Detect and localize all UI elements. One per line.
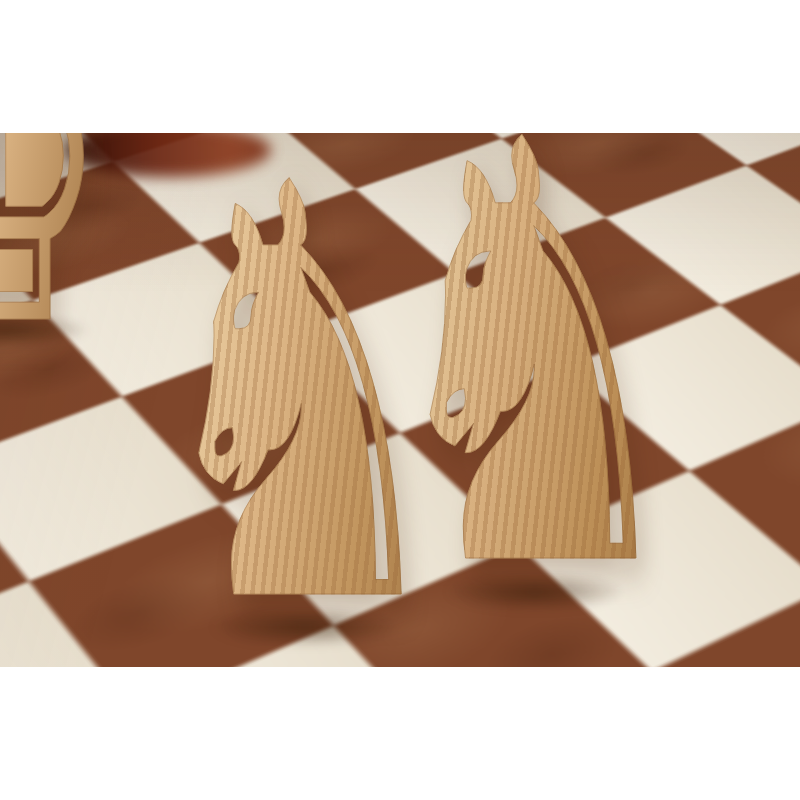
photo-frame: ♚ ♞ ♞ — [0, 133, 800, 667]
product-image-page: ♚ ♞ ♞ — [0, 0, 800, 800]
white-king-partial: ♚ — [0, 133, 110, 385]
white-knight-left: ♞ — [142, 133, 459, 667]
